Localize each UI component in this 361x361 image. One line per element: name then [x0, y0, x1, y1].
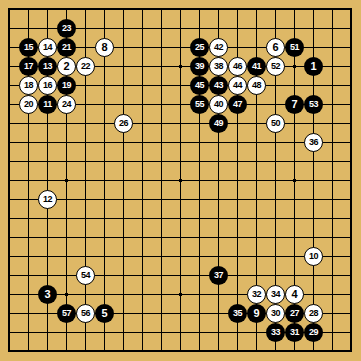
stone-move-number: 14	[43, 43, 52, 52]
stone-white-6[interactable]: 6	[266, 38, 285, 57]
star-point	[179, 179, 182, 182]
stone-move-number: 7	[291, 99, 297, 110]
star-point	[293, 65, 296, 68]
stone-move-number: 6	[272, 42, 278, 53]
stone-move-number: 9	[253, 308, 259, 319]
stone-move-number: 24	[62, 100, 71, 109]
stone-move-number: 21	[62, 43, 71, 52]
stone-move-number: 23	[62, 24, 71, 33]
stone-move-number: 54	[81, 271, 90, 280]
stone-black-21[interactable]: 21	[57, 38, 76, 57]
stone-white-22[interactable]: 22	[76, 57, 95, 76]
stone-move-number: 26	[119, 119, 128, 128]
stone-white-40[interactable]: 40	[209, 95, 228, 114]
stone-black-3[interactable]: 3	[38, 285, 57, 304]
stone-move-number: 32	[252, 290, 261, 299]
stone-move-number: 56	[81, 309, 90, 318]
stone-move-number: 38	[214, 62, 223, 71]
stone-white-36[interactable]: 36	[304, 133, 323, 152]
stone-white-18[interactable]: 18	[19, 76, 38, 95]
stone-move-number: 8	[101, 42, 107, 53]
stone-white-48[interactable]: 48	[247, 76, 266, 95]
stone-white-38[interactable]: 38	[209, 57, 228, 76]
stone-move-number: 17	[24, 62, 33, 71]
stone-black-17[interactable]: 17	[19, 57, 38, 76]
stone-white-10[interactable]: 10	[304, 247, 323, 266]
stone-move-number: 1	[310, 61, 316, 72]
stone-move-number: 36	[309, 138, 318, 147]
stone-move-number: 12	[43, 195, 52, 204]
stone-black-49[interactable]: 49	[209, 114, 228, 133]
stone-black-1[interactable]: 1	[304, 57, 323, 76]
stone-move-number: 11	[43, 100, 52, 109]
stone-move-number: 25	[195, 43, 204, 52]
stone-move-number: 2	[63, 61, 69, 72]
stone-black-35[interactable]: 35	[228, 304, 247, 323]
stone-white-46[interactable]: 46	[228, 57, 247, 76]
stone-white-14[interactable]: 14	[38, 38, 57, 57]
stone-move-number: 29	[309, 328, 318, 337]
stone-move-number: 45	[195, 81, 204, 90]
stone-black-27[interactable]: 27	[285, 304, 304, 323]
stone-white-24[interactable]: 24	[57, 95, 76, 114]
stone-move-number: 28	[309, 309, 318, 318]
star-point	[179, 65, 182, 68]
stone-move-number: 15	[24, 43, 33, 52]
stone-move-number: 34	[271, 290, 280, 299]
stone-move-number: 22	[81, 62, 90, 71]
stone-move-number: 31	[290, 328, 299, 337]
stone-black-43[interactable]: 43	[209, 76, 228, 95]
stone-move-number: 40	[214, 100, 223, 109]
stone-move-number: 43	[214, 81, 223, 90]
stone-move-number: 37	[214, 271, 223, 280]
stone-black-55[interactable]: 55	[190, 95, 209, 114]
stone-move-number: 33	[271, 328, 280, 337]
stone-move-number: 39	[195, 62, 204, 71]
stone-black-45[interactable]: 45	[190, 76, 209, 95]
stone-black-7[interactable]: 7	[285, 95, 304, 114]
stone-black-13[interactable]: 13	[38, 57, 57, 76]
stone-white-30[interactable]: 30	[266, 304, 285, 323]
stone-move-number: 20	[24, 100, 33, 109]
stone-move-number: 50	[271, 119, 280, 128]
stone-white-2[interactable]: 2	[57, 57, 76, 76]
stone-black-39[interactable]: 39	[190, 57, 209, 76]
stone-white-42[interactable]: 42	[209, 38, 228, 57]
stone-move-number: 27	[290, 309, 299, 318]
stone-move-number: 51	[290, 43, 299, 52]
stone-white-50[interactable]: 50	[266, 114, 285, 133]
stone-move-number: 52	[271, 62, 280, 71]
stone-white-52[interactable]: 52	[266, 57, 285, 76]
stone-black-19[interactable]: 19	[57, 76, 76, 95]
stone-move-number: 53	[309, 100, 318, 109]
stone-move-number: 4	[291, 289, 297, 300]
star-point	[179, 293, 182, 296]
stone-move-number: 19	[62, 81, 71, 90]
stone-black-47[interactable]: 47	[228, 95, 247, 114]
stone-black-11[interactable]: 11	[38, 95, 57, 114]
go-board[interactable]: 1234567891011121314151617181920212223242…	[0, 0, 361, 361]
stone-move-number: 42	[214, 43, 223, 52]
stone-move-number: 13	[43, 62, 52, 71]
stone-white-26[interactable]: 26	[114, 114, 133, 133]
stone-black-41[interactable]: 41	[247, 57, 266, 76]
stone-move-number: 10	[309, 252, 318, 261]
stone-move-number: 3	[44, 289, 50, 300]
stone-black-51[interactable]: 51	[285, 38, 304, 57]
stone-white-12[interactable]: 12	[38, 190, 57, 209]
stone-white-16[interactable]: 16	[38, 76, 57, 95]
stone-black-25[interactable]: 25	[190, 38, 209, 57]
stone-black-53[interactable]: 53	[304, 95, 323, 114]
stone-white-56[interactable]: 56	[76, 304, 95, 323]
stone-move-number: 55	[195, 100, 204, 109]
stone-white-20[interactable]: 20	[19, 95, 38, 114]
stone-black-9[interactable]: 9	[247, 304, 266, 323]
stone-white-54[interactable]: 54	[76, 266, 95, 285]
stone-white-34[interactable]: 34	[266, 285, 285, 304]
stone-move-number: 16	[43, 81, 52, 90]
stone-move-number: 41	[252, 62, 261, 71]
stone-black-5[interactable]: 5	[95, 304, 114, 323]
stone-black-29[interactable]: 29	[304, 323, 323, 342]
star-point	[65, 293, 68, 296]
stone-move-number: 47	[233, 100, 242, 109]
stone-white-44[interactable]: 44	[228, 76, 247, 95]
stone-white-4[interactable]: 4	[285, 285, 304, 304]
star-point	[65, 179, 68, 182]
stone-black-57[interactable]: 57	[57, 304, 76, 323]
stone-black-15[interactable]: 15	[19, 38, 38, 57]
stone-white-28[interactable]: 28	[304, 304, 323, 323]
stone-black-31[interactable]: 31	[285, 323, 304, 342]
stone-move-number: 49	[214, 119, 223, 128]
stone-move-number: 46	[233, 62, 242, 71]
stone-white-8[interactable]: 8	[95, 38, 114, 57]
stone-move-number: 30	[271, 309, 280, 318]
stone-move-number: 5	[101, 308, 107, 319]
stone-white-32[interactable]: 32	[247, 285, 266, 304]
stone-move-number: 48	[252, 81, 261, 90]
stone-move-number: 35	[233, 309, 242, 318]
star-point	[293, 179, 296, 182]
stone-move-number: 57	[62, 309, 71, 318]
stone-black-23[interactable]: 23	[57, 19, 76, 38]
stone-move-number: 18	[24, 81, 33, 90]
stone-black-37[interactable]: 37	[209, 266, 228, 285]
stone-black-33[interactable]: 33	[266, 323, 285, 342]
stone-move-number: 44	[233, 81, 242, 90]
